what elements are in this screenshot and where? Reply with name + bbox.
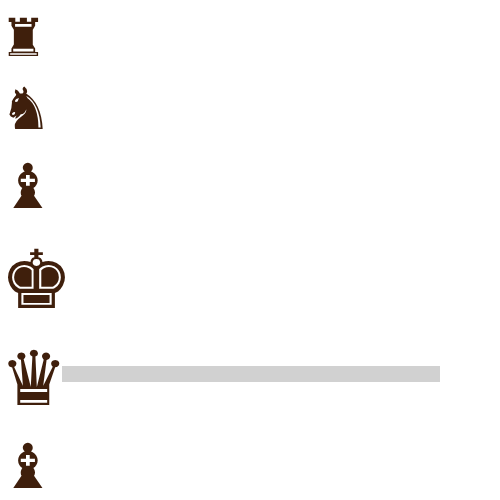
piece-shadow	[0, 143, 25, 150]
pieces-layer: ♜♞♝♚♛♝♞♜♟♟♟♟♟♟♟♟♟♟♟♟♟♟♟♟♜♞♝♚♛♝♞♜	[0, 0, 500, 500]
box-cast-shadow	[62, 366, 440, 382]
piece-shadow	[0, 423, 25, 430]
piece-shadow	[0, 327, 29, 335]
piece-shadow	[0, 0, 25, 7]
chess-set-product-photo: ♜♞♝♚♛♝♞♜♟♟♟♟♟♟♟♟♟♟♟♟♟♟♟♟♜♞♝♚♛♝♞♜	[0, 0, 500, 500]
piece-black-knight-b8: ♞	[0, 75, 500, 143]
piece-shadow	[0, 68, 25, 75]
piece-black-bishop-c8: ♝	[0, 150, 500, 223]
piece-black-rook-a8: ♜	[0, 7, 500, 68]
piece-black-king-d8: ♚	[0, 232, 500, 327]
piece-black-bishop-f8: ♝	[0, 430, 500, 500]
piece-shadow	[0, 223, 31, 232]
